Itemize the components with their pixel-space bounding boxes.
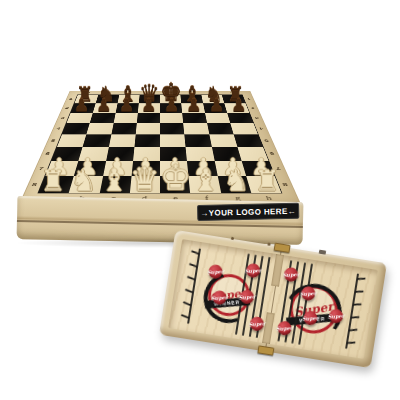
piece-light-pawn-g7: ♟ xyxy=(215,161,247,176)
file-label-top-g: g xyxy=(201,91,222,94)
wood-knot xyxy=(230,237,233,240)
dark-pawn-glyph: ♟ xyxy=(208,96,224,114)
piece-light-queen-d8: ♛ xyxy=(129,176,160,193)
piece-light-knight-g8: ♞ xyxy=(218,176,252,193)
piece-light-pawn-d7: ♟ xyxy=(131,161,160,176)
dark-pawn-glyph: ♟ xyxy=(118,96,134,114)
wood-knot xyxy=(267,243,270,246)
piece-dark-pawn-d2: ♟ xyxy=(137,103,160,112)
light-bishop-glyph: ♝ xyxy=(192,165,219,195)
sling-field: Super WINNER Super WINNER SuperSuperSupe… xyxy=(168,239,378,359)
piece-dark-pawn-e2: ♟ xyxy=(160,103,183,112)
piece-light-king-e8: ♚ xyxy=(160,176,191,193)
logo-plate: →YOUR LOGO HERE← xyxy=(197,203,299,221)
dark-knight-glyph: ♞ xyxy=(97,84,115,105)
chess-set: ♜♞♝♛♚♝♞♜♟♟♟♟♟♟♟♟♟♟♟♟♟♟♟♟♜♞♝♛♚♝♞♜ 1122334… xyxy=(0,0,400,260)
piece-light-pawn-c7: ♟ xyxy=(102,161,132,176)
light-queen-glyph: ♛ xyxy=(130,162,160,195)
dark-pawn-glyph: ♟ xyxy=(186,96,202,114)
piece-light-bishop-c8: ♝ xyxy=(99,176,131,193)
light-pawn-glyph: ♟ xyxy=(135,155,156,178)
hinge-icon xyxy=(257,345,274,355)
piece-light-knight-b8: ♞ xyxy=(68,176,102,193)
board-border: ♜♞♝♛♚♝♞♜♟♟♟♟♟♟♟♟♟♟♟♟♟♟♟♟♜♞♝♛♚♝♞♜ 1122334… xyxy=(20,91,300,202)
file-label-top-b: b xyxy=(98,91,119,94)
piece-light-pawn-e7: ♟ xyxy=(160,161,189,176)
piece-dark-pawn-c2: ♟ xyxy=(115,103,138,112)
piece-light-pawn-b7: ♟ xyxy=(73,161,105,176)
light-knight-glyph: ♞ xyxy=(70,166,96,195)
light-pawn-glyph: ♟ xyxy=(193,155,214,178)
piece-dark-pawn-h2: ♟ xyxy=(225,103,250,112)
piece-dark-knight-b1: ♞ xyxy=(95,95,118,104)
piece-dark-rook-h1: ♜ xyxy=(222,95,246,104)
light-pawn-glyph: ♟ xyxy=(49,155,70,178)
dark-knight-glyph: ♞ xyxy=(205,84,223,105)
product-photo: ♜♞♝♛♚♝♞♜♟♟♟♟♟♟♟♟♟♟♟♟♟♟♟♟♜♞♝♛♚♝♞♜ 1122334… xyxy=(0,0,400,400)
box-lid-seam xyxy=(17,220,303,228)
hinge-icon xyxy=(274,243,291,253)
puck-2: Super xyxy=(212,290,227,305)
pieces-layer: ♜♞♝♛♚♝♞♜♟♟♟♟♟♟♟♟♟♟♟♟♟♟♟♟♜♞♝♛♚♝♞♜ xyxy=(37,95,282,194)
dark-rook-glyph: ♜ xyxy=(76,85,94,105)
latch-icon xyxy=(318,250,326,255)
light-knight-glyph: ♞ xyxy=(224,166,250,195)
piece-dark-bishop-c1: ♝ xyxy=(117,95,139,104)
file-label-top-e: e xyxy=(160,91,181,94)
piece-dark-knight-g1: ♞ xyxy=(201,95,224,104)
file-label-top-d: d xyxy=(139,91,160,94)
piece-light-pawn-f7: ♟ xyxy=(187,161,217,176)
dark-pawn-glyph: ♟ xyxy=(163,96,179,114)
piece-dark-pawn-g2: ♟ xyxy=(203,103,227,112)
piece-dark-queen-d1: ♛ xyxy=(138,95,160,104)
dark-pawn-glyph: ♟ xyxy=(141,96,157,114)
light-pawn-glyph: ♟ xyxy=(77,155,98,178)
light-pawn-glyph: ♟ xyxy=(222,155,243,178)
light-pawn-glyph: ♟ xyxy=(106,155,127,178)
piece-light-rook-a8: ♜ xyxy=(37,176,73,193)
file-label-top-a: a xyxy=(77,91,99,94)
puck-8: Super xyxy=(303,310,318,325)
light-king-glyph: ♚ xyxy=(160,161,191,196)
chess-board: ♜♞♝♛♚♝♞♜♟♟♟♟♟♟♟♟♟♟♟♟♟♟♟♟♜♞♝♛♚♝♞♜ 1122334… xyxy=(20,91,300,202)
puck-1: Super xyxy=(208,264,223,279)
piece-dark-king-e1: ♚ xyxy=(160,95,182,104)
file-label-top-h: h xyxy=(221,91,243,94)
file-label-top-f: f xyxy=(180,91,201,94)
piece-dark-pawn-a2: ♟ xyxy=(70,103,95,112)
piece-light-bishop-f8: ♝ xyxy=(189,176,221,193)
piece-dark-pawn-b2: ♟ xyxy=(92,103,116,112)
piece-dark-rook-a1: ♜ xyxy=(74,95,98,104)
piece-dark-bishop-f1: ♝ xyxy=(181,95,203,104)
light-bishop-glyph: ♝ xyxy=(100,165,127,195)
dark-rook-glyph: ♜ xyxy=(227,85,245,105)
piece-dark-pawn-f2: ♟ xyxy=(182,103,205,112)
piece-light-pawn-a7: ♟ xyxy=(44,161,78,176)
dark-pawn-glyph: ♟ xyxy=(73,96,89,114)
dark-pawn-glyph: ♟ xyxy=(96,96,112,114)
light-pawn-glyph: ♟ xyxy=(164,155,185,178)
file-label-top-c: c xyxy=(119,91,140,94)
